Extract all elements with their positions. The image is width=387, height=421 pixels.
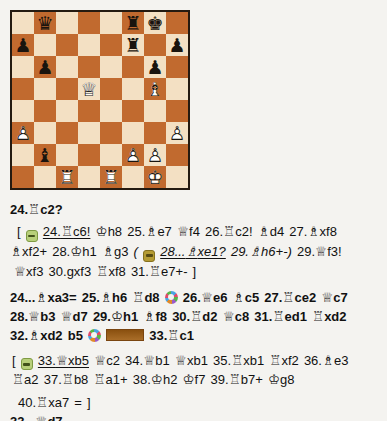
square-g1[interactable]: ♚♔ <box>144 166 166 188</box>
chess-board-grid: ♛♜♚♟♜♟♟♟♛♕♝♗♟♙♟♙♝♟♙♟♙♜♖♜♖♚♔ <box>12 12 188 188</box>
square-c7[interactable] <box>56 34 78 56</box>
square-b4[interactable] <box>34 100 56 122</box>
piece-outline: ♖ <box>100 166 122 188</box>
square-c2[interactable] <box>56 144 78 166</box>
move-link[interactable]: xe1? <box>198 244 226 259</box>
square-g8[interactable]: ♚ <box>144 12 166 34</box>
square-f8[interactable]: ♜ <box>122 12 144 34</box>
square-e1[interactable]: ♜♖ <box>100 166 122 188</box>
move-text: d7 29. <box>73 309 111 324</box>
white-rook-e1[interactable]: ♜♖ <box>100 166 122 188</box>
white-king-g1[interactable]: ♚♔ <box>144 166 166 188</box>
move-text: c2! <box>235 224 257 239</box>
square-c6[interactable] <box>56 56 78 78</box>
piece-glyph: ♛ <box>34 12 56 34</box>
figurine: ♕ <box>14 263 26 279</box>
piece-outline: ♙ <box>144 144 166 166</box>
figurine: ♗ <box>102 243 114 259</box>
square-b6[interactable]: ♟ <box>34 56 56 78</box>
move-text: d4 27. <box>270 224 308 239</box>
move-text: xa3= 25. <box>47 290 99 305</box>
move-text: 40. <box>18 395 36 410</box>
move-text: [ <box>17 224 26 239</box>
figurine: ♖ <box>223 223 235 239</box>
square-f1[interactable] <box>122 166 144 188</box>
square-e8[interactable] <box>100 12 122 34</box>
equal-eval-badge-olive <box>143 250 155 262</box>
move-text: a1+ 38. <box>106 372 151 387</box>
analysis-line-3: ♗xf2+ 28.♔h1 ♗g3 ( 28...♗xe1? 29.♗h6+-) … <box>0 242 385 262</box>
analysis-line-5: 24...♗xa3= 25.♗h6 ♖d8 26.♕e6 ♗c5 27.♖ce2… <box>0 288 385 307</box>
piece-glyph: ♟ <box>34 56 56 78</box>
square-c8[interactable] <box>56 12 78 34</box>
move-text: xb1 <box>243 353 269 368</box>
move-text: xd2 <box>324 309 346 324</box>
square-b5[interactable] <box>34 78 56 100</box>
move-text: 24. <box>10 202 28 217</box>
figurine: ♖ <box>272 308 284 324</box>
figurine: ♗ <box>307 223 319 239</box>
piece-outline: ♖ <box>56 166 78 188</box>
figurine: ♖ <box>93 371 105 387</box>
square-a1[interactable] <box>12 166 34 188</box>
move-text: c7 <box>333 290 347 305</box>
white-bishop-g5[interactable]: ♝♗ <box>144 78 166 100</box>
piece-glyph: ♜ <box>122 12 144 34</box>
analysis-line-7: 32.♗xd2 b5 33.♖c1 <box>0 326 385 345</box>
white-queen-d5[interactable]: ♛♕ <box>78 78 100 100</box>
move-link[interactable]: c6! <box>73 224 90 239</box>
square-g6[interactable]: ♟ <box>144 56 166 78</box>
badge-bar <box>28 235 35 238</box>
figurine: ♔ <box>111 308 123 324</box>
move-text: h8 25. <box>108 224 146 239</box>
white-pawn-f2[interactable]: ♟♙ <box>122 144 144 166</box>
move-text: xb1 35. <box>187 353 231 368</box>
move-text: g3 <box>114 244 134 259</box>
white-pawn-h3[interactable]: ♟♙ <box>166 122 188 144</box>
move-text: b8 <box>74 372 94 387</box>
move-text: c2? <box>40 202 62 217</box>
figurine: ♗ <box>249 243 261 259</box>
analysis-line-1: 24.♖c2? <box>0 200 385 219</box>
move-text: a2 37. <box>24 372 62 387</box>
move-text: g8 <box>280 372 294 387</box>
figurine: ♕ <box>201 289 213 305</box>
square-f6[interactable] <box>122 56 144 78</box>
white-pawn-g2[interactable]: ♟♙ <box>144 144 166 166</box>
square-g4[interactable] <box>144 100 166 122</box>
analysis-line-9: ♖a2 37.♖b8 ♖a1+ 38.♔h2 ♔f7 39.♖b7+ ♔g8 <box>0 370 385 389</box>
move-text: c8 31. <box>235 309 273 324</box>
square-e5[interactable] <box>100 78 122 100</box>
piece-outline: ♙ <box>12 122 34 144</box>
move-text: f7 39. <box>195 372 229 387</box>
piece-outline: ♙ <box>122 144 144 166</box>
piece-outline: ♙ <box>166 122 188 144</box>
figurine: ♔ <box>268 371 280 387</box>
square-d4[interactable] <box>78 100 100 122</box>
analysis-line-11: 33...♕d7 <box>0 412 385 421</box>
black-pawn-a7[interactable]: ♟ <box>12 34 34 56</box>
move-link[interactable]: ♕ <box>56 352 68 368</box>
piece-outline: ♗ <box>144 78 166 100</box>
piece-glyph: ♟ <box>12 34 34 56</box>
analysis-line-10: 40.♖xa7 = ] <box>0 393 385 412</box>
square-e7[interactable] <box>100 34 122 56</box>
piece-outline: ♕ <box>78 78 100 100</box>
move-text: 33. <box>144 328 167 343</box>
chess-board: ♛♜♚♟♜♟♟♟♛♕♝♗♟♙♟♙♝♟♙♟♙♜♖♜♖♚♔ <box>10 10 190 190</box>
white-pawn-a3[interactable]: ♟♙ <box>12 122 34 144</box>
analysis-line-2: [ 24.♖c6! ♔h8 25.♗e7 ♕f4 26.♖c2! ♗d4 27.… <box>0 222 385 242</box>
figurine: ♕ <box>143 352 155 368</box>
black-pawn-b6[interactable]: ♟ <box>34 56 56 78</box>
move-text: d2 <box>202 309 222 324</box>
move-text: b1 <box>155 353 175 368</box>
square-b1[interactable] <box>34 166 56 188</box>
square-d6[interactable] <box>78 56 100 78</box>
figurine: ♖ <box>96 263 108 279</box>
move-text: b3 <box>40 309 60 324</box>
square-a6[interactable] <box>12 56 34 78</box>
move-text: h6 <box>112 290 132 305</box>
figurine: ♖ <box>312 308 324 324</box>
move-text: 29. <box>226 244 249 259</box>
square-h7[interactable]: ♟ <box>166 34 188 56</box>
square-h6[interactable] <box>166 56 188 78</box>
square-a2[interactable] <box>12 144 34 166</box>
move-link[interactable]: 24. <box>43 224 61 239</box>
figurine: ♕ <box>177 223 189 239</box>
piece-glyph: ♝ <box>34 144 56 166</box>
square-b8[interactable]: ♛ <box>34 12 56 34</box>
square-g5[interactable]: ♝♗ <box>144 78 166 100</box>
move-text: b7+ <box>241 372 268 387</box>
analysis-line-8: [ 33.♕xb5 ♕c2 34.♕b1 ♕xb1 35.♖xb1 ♖xf2 3… <box>0 351 385 371</box>
move-link[interactable]: 33. <box>38 353 56 368</box>
square-f3[interactable] <box>122 122 144 144</box>
square-c1[interactable]: ♜♖ <box>56 166 78 188</box>
square-f7[interactable]: ♜ <box>122 34 144 56</box>
move-text: [ <box>12 353 21 368</box>
figurine: ♔ <box>183 371 195 387</box>
analysis-line-4: ♕xf3 30.gxf3 ♖xf8 31.♖e7+- ] <box>0 262 385 281</box>
move-text: c1 <box>179 328 193 343</box>
move-link[interactable]: ♖ <box>61 223 73 239</box>
move-text: d8 <box>144 290 164 305</box>
figurine: ♖ <box>231 352 243 368</box>
square-b3[interactable] <box>34 122 56 144</box>
figurine: ♖ <box>229 371 241 387</box>
black-rook-f7[interactable]: ♜ <box>122 34 144 56</box>
square-c5[interactable] <box>56 78 78 100</box>
figurine: ♕ <box>175 352 187 368</box>
black-pawn-g6[interactable]: ♟ <box>144 56 166 78</box>
move-text: d7 <box>47 414 62 421</box>
black-king-g8[interactable]: ♚ <box>144 12 166 34</box>
figurine: ♔ <box>96 223 108 239</box>
figurine: ♗ <box>35 289 47 305</box>
square-a3[interactable]: ♟♙ <box>12 122 34 144</box>
figurine: ♕ <box>315 243 327 259</box>
figurine: ♖ <box>62 371 74 387</box>
move-text: ed1 <box>285 309 313 324</box>
move-text: e7+- ] <box>161 264 196 279</box>
brown-rectangle-icon <box>106 329 144 341</box>
square-e3[interactable] <box>100 122 122 144</box>
piece-glyph: ♜ <box>122 34 144 56</box>
figurine: ♗ <box>233 289 245 305</box>
figurine: ♖ <box>269 352 281 368</box>
move-text: 33... <box>10 414 35 421</box>
move-text: h2 <box>163 372 183 387</box>
figurine: ♕ <box>28 308 40 324</box>
black-bishop-b2[interactable]: ♝ <box>34 144 56 166</box>
black-rook-f8[interactable]: ♜ <box>122 12 144 34</box>
square-f4[interactable] <box>122 100 144 122</box>
equal-eval-badge-green <box>21 358 33 370</box>
move-text: h6+- <box>261 244 287 259</box>
move-text: ce2 <box>294 290 321 305</box>
figurine: ♔ <box>151 371 163 387</box>
figurine: ♖ <box>282 289 294 305</box>
badge-bar <box>23 363 30 366</box>
figurine: ♖ <box>190 308 202 324</box>
square-h8[interactable] <box>166 12 188 34</box>
square-d1[interactable] <box>78 166 100 188</box>
square-e4[interactable] <box>100 100 122 122</box>
badge-bar <box>146 254 153 257</box>
square-g7[interactable] <box>144 34 166 56</box>
square-d8[interactable] <box>78 12 100 34</box>
move-text: xf3 30.gxf3 <box>26 264 96 279</box>
figurine: ♗ <box>322 352 334 368</box>
move-text: e6 <box>213 290 233 305</box>
figurine: ♗ <box>100 289 112 305</box>
figurine: ♖ <box>12 371 24 387</box>
move-link[interactable]: xb5 <box>68 353 89 368</box>
square-b2[interactable]: ♝ <box>34 144 56 166</box>
move-text: ) <box>287 244 296 259</box>
move-text: f8 30. <box>155 309 190 324</box>
move-text: xf2+ 28. <box>22 244 70 259</box>
move-link[interactable]: 28... <box>160 244 185 259</box>
square-f5[interactable] <box>122 78 144 100</box>
square-a4[interactable] <box>12 100 34 122</box>
figurine: ♕ <box>60 308 72 324</box>
colored-circle-icon <box>88 329 101 342</box>
figurine: ♖ <box>28 201 40 217</box>
square-a7[interactable]: ♟ <box>12 34 34 56</box>
move-text: f4 26. <box>189 224 223 239</box>
piece-outline: ♔ <box>144 166 166 188</box>
move-text: e3 <box>334 353 348 368</box>
move-text: 26. <box>178 290 201 305</box>
chess-analysis-page: ♛♜♚♟♜♟♟♟♛♕♝♗♟♙♟♙♝♟♙♟♙♜♖♜♖♚♔ 24.♖c2?[ 24.… <box>0 0 387 421</box>
square-h5[interactable] <box>166 78 188 100</box>
move-text: h1 <box>82 244 102 259</box>
move-text: 32. <box>10 328 28 343</box>
square-d5[interactable]: ♛♕ <box>78 78 100 100</box>
figurine: ♖ <box>149 263 161 279</box>
square-f2[interactable]: ♟♙ <box>122 144 144 166</box>
figurine: ♗ <box>258 223 270 239</box>
square-h1[interactable] <box>166 166 188 188</box>
move-text: e7 <box>157 224 177 239</box>
square-e6[interactable] <box>100 56 122 78</box>
square-c4[interactable] <box>56 100 78 122</box>
square-h2[interactable] <box>166 144 188 166</box>
square-g2[interactable]: ♟♙ <box>144 144 166 166</box>
square-h4[interactable] <box>166 100 188 122</box>
figurine: ♖ <box>167 327 179 343</box>
square-a5[interactable] <box>12 78 34 100</box>
black-queen-b8[interactable]: ♛ <box>34 12 56 34</box>
analysis-text: 24.♖c2?[ 24.♖c6! ♔h8 25.♗e7 ♕f4 26.♖c2! … <box>0 200 385 421</box>
black-pawn-h7[interactable]: ♟ <box>166 34 188 56</box>
figurine: ♗ <box>143 308 155 324</box>
move-text: ( <box>134 244 143 259</box>
figurine: ♗ <box>145 223 157 239</box>
piece-glyph: ♟ <box>144 56 166 78</box>
white-rook-c1[interactable]: ♜♖ <box>56 166 78 188</box>
piece-glyph: ♚ <box>144 12 166 34</box>
square-h3[interactable]: ♟♙ <box>166 122 188 144</box>
square-a8[interactable] <box>12 12 34 34</box>
move-text: xa7 = ] <box>48 395 90 410</box>
move-link[interactable]: ♗ <box>185 243 197 259</box>
move-text: xf8 31. <box>108 264 149 279</box>
figurine: ♕ <box>223 308 235 324</box>
move-text: xf2 36. <box>281 353 322 368</box>
figurine: ♕ <box>321 289 333 305</box>
move-text: 29. <box>297 244 315 259</box>
move-text: xd2 b5 <box>40 328 88 343</box>
figurine: ♕ <box>35 413 47 421</box>
colored-circle-icon <box>165 291 178 304</box>
square-e2[interactable] <box>100 144 122 166</box>
figurine: ♖ <box>132 289 144 305</box>
move-text: 24... <box>10 290 35 305</box>
equal-eval-badge-green <box>26 230 38 242</box>
square-d3[interactable] <box>78 122 100 144</box>
figurine: ♗ <box>28 327 40 343</box>
move-text: xf8 <box>320 224 337 239</box>
move-text: f3! <box>327 244 341 259</box>
move-text: c5 27. <box>245 290 283 305</box>
move-text: 28. <box>10 309 28 324</box>
move-text: h1 <box>123 309 143 324</box>
square-g3[interactable] <box>144 122 166 144</box>
figurine: ♖ <box>36 394 48 410</box>
figurine: ♗ <box>10 243 22 259</box>
piece-glyph: ♟ <box>166 34 188 56</box>
analysis-line-6: 28.♕b3 ♕d7 29.♔h1 ♗f8 30.♖d2 ♕c8 31.♖ed1… <box>0 307 385 326</box>
square-d7[interactable] <box>78 34 100 56</box>
square-b7[interactable] <box>34 34 56 56</box>
figurine: ♕ <box>94 352 106 368</box>
move-text: c2 34. <box>106 353 143 368</box>
square-d2[interactable] <box>78 144 100 166</box>
figurine: ♔ <box>70 243 82 259</box>
square-c3[interactable] <box>56 122 78 144</box>
